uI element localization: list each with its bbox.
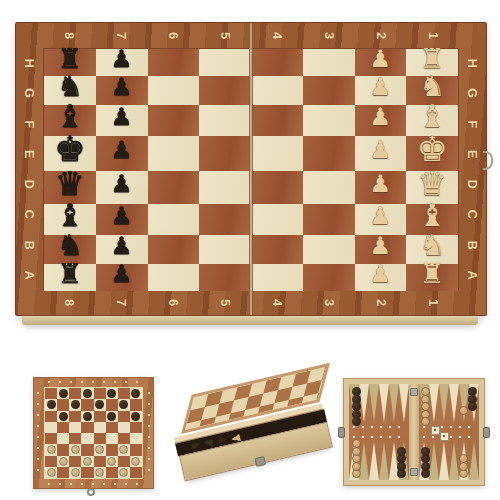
square-e4 xyxy=(251,136,303,171)
checkers-square xyxy=(69,444,81,455)
checkers-square xyxy=(118,467,130,478)
checkers-square xyxy=(45,399,57,410)
light-checker xyxy=(107,457,116,466)
dark-checker xyxy=(131,412,140,421)
rank-label: 6 xyxy=(162,10,185,62)
file-label: E xyxy=(14,141,44,166)
checkers-square xyxy=(94,422,106,433)
light-checker xyxy=(47,468,56,477)
checkers-square xyxy=(94,444,106,455)
checkers-square xyxy=(118,399,130,410)
dark-checker xyxy=(71,400,80,409)
square-c4 xyxy=(251,204,303,235)
file-label: F xyxy=(14,111,44,136)
checkers-square xyxy=(106,411,118,422)
light-checker xyxy=(119,468,128,477)
checkers-thumbnail xyxy=(33,377,154,489)
checkers-square xyxy=(94,456,106,467)
square-d4 xyxy=(251,171,303,204)
dark-backgammon-checker xyxy=(397,447,406,456)
light-checker xyxy=(95,445,104,454)
checkers-square xyxy=(130,422,142,433)
square-g6 xyxy=(148,76,200,105)
square-f5 xyxy=(199,105,251,136)
square-c3 xyxy=(303,204,355,235)
checkers-square xyxy=(81,388,93,399)
light-backgammon-checker xyxy=(459,454,468,463)
light-backgammon-checker xyxy=(459,406,468,415)
white-pawn: ♟ xyxy=(370,105,392,129)
stored-dark-knight: ♞ xyxy=(189,440,202,452)
checkers-square xyxy=(106,456,118,467)
checkers-square xyxy=(130,411,142,422)
square-g3 xyxy=(303,76,355,105)
dark-backgammon-checker xyxy=(468,402,477,411)
file-label: H xyxy=(14,51,44,76)
checkers-square xyxy=(57,433,69,444)
square-c2: ♟ xyxy=(355,204,407,235)
checkers-grid xyxy=(44,387,143,479)
dark-checker xyxy=(83,389,92,398)
checkers-square xyxy=(45,467,57,478)
dark-checker xyxy=(95,400,104,409)
checkers-square xyxy=(45,456,57,467)
dark-backgammon-checker xyxy=(352,417,361,426)
mini-coordinates xyxy=(37,392,39,474)
square-d3 xyxy=(303,171,355,204)
file-label: G xyxy=(457,81,487,106)
mini-coordinates xyxy=(48,483,139,485)
backgammon-inner xyxy=(349,384,479,480)
square-c5 xyxy=(199,204,251,235)
square-c7: ♟ xyxy=(96,204,148,235)
stored-dark-pawn: ♟ xyxy=(203,437,215,447)
checkers-square xyxy=(57,456,69,467)
square-c6 xyxy=(148,204,200,235)
white-pawn: ♟ xyxy=(370,204,392,228)
checkers-square xyxy=(118,388,130,399)
mini-coordinates xyxy=(48,381,139,383)
black-pawn: ♟ xyxy=(111,234,133,258)
dark-backgammon-checker xyxy=(421,447,430,456)
checkers-square xyxy=(118,456,130,467)
white-bishop: ♝ xyxy=(418,200,446,231)
dark-checker xyxy=(59,389,68,398)
square-b4 xyxy=(251,235,303,264)
board-side-edge xyxy=(22,315,478,325)
file-label: D xyxy=(457,172,487,197)
dark-checker xyxy=(83,412,92,421)
checkers-square xyxy=(94,388,106,399)
light-checker xyxy=(95,468,104,477)
square-a1: ♜ xyxy=(406,264,458,291)
file-label: C xyxy=(457,202,487,227)
white-pawn: ♟ xyxy=(370,234,392,258)
mini-coordinates xyxy=(148,392,150,474)
black-pawn: ♟ xyxy=(111,75,133,99)
checkers-square xyxy=(81,422,93,433)
square-b3 xyxy=(303,235,355,264)
checkers-square xyxy=(118,422,130,433)
square-b6 xyxy=(148,235,200,264)
square-e3 xyxy=(303,136,355,171)
dark-checker xyxy=(119,400,128,409)
dark-checker xyxy=(47,400,56,409)
checkers-square xyxy=(81,467,93,478)
clasp-icon xyxy=(483,427,490,438)
stored-dark-pawn: ♟ xyxy=(216,434,228,444)
black-bishop: ♝ xyxy=(56,200,84,231)
black-pawn: ♟ xyxy=(111,204,133,228)
rank-label: 3 xyxy=(318,10,341,62)
checkers-square xyxy=(69,467,81,478)
square-g4 xyxy=(251,76,303,105)
file-label: D xyxy=(14,172,44,197)
clasp-icon xyxy=(338,427,345,438)
light-checker xyxy=(119,445,128,454)
black-pawn: ♟ xyxy=(111,47,133,71)
square-a8: ♜ xyxy=(44,264,96,291)
chess-board: 87654321 87654321 HGFEDCBA HGFEDCBA ♜♟♟♜… xyxy=(15,22,487,316)
black-pawn: ♟ xyxy=(111,138,133,162)
checkers-square xyxy=(69,433,81,444)
checkers-square xyxy=(69,456,81,467)
file-label: C xyxy=(14,202,44,227)
square-g5 xyxy=(199,76,251,105)
square-g2: ♟ xyxy=(355,76,407,105)
checkers-square xyxy=(81,411,93,422)
die-icon xyxy=(431,426,440,435)
square-e2: ♟ xyxy=(355,136,407,171)
black-rook: ♜ xyxy=(58,45,82,72)
white-pawn: ♟ xyxy=(370,138,392,162)
white-knight: ♞ xyxy=(419,72,445,101)
checkers-square xyxy=(106,444,118,455)
checkers-square xyxy=(130,433,142,444)
checkers-square xyxy=(57,399,69,410)
black-rook: ♜ xyxy=(58,260,82,287)
file-label: H xyxy=(457,51,487,76)
checkers-square xyxy=(69,411,81,422)
dark-checker xyxy=(107,389,116,398)
light-checker xyxy=(71,445,80,454)
light-backgammon-checker xyxy=(352,439,361,448)
rank-label: 5 xyxy=(214,10,237,62)
checkers-square xyxy=(69,399,81,410)
square-f4 xyxy=(251,105,303,136)
square-a2: ♟ xyxy=(355,264,407,291)
white-rook: ♜ xyxy=(420,45,444,72)
white-pawn: ♟ xyxy=(370,172,392,196)
square-e6 xyxy=(148,136,200,171)
backgammon-thumbnail xyxy=(343,378,485,486)
checkers-square xyxy=(45,433,57,444)
square-e7: ♟ xyxy=(96,136,148,171)
white-queen: ♛ xyxy=(417,167,447,200)
file-label: A xyxy=(14,262,44,287)
light-checker xyxy=(131,457,140,466)
square-d5 xyxy=(199,171,251,204)
product-photo: 87654321 87654321 HGFEDCBA HGFEDCBA ♜♟♟♜… xyxy=(0,0,500,500)
checkers-square xyxy=(45,422,57,433)
file-label: G xyxy=(14,81,44,106)
checkers-square xyxy=(45,444,57,455)
white-pawn: ♟ xyxy=(370,75,392,99)
black-pawn: ♟ xyxy=(111,105,133,129)
checkers-square xyxy=(130,444,142,455)
checkers-square xyxy=(81,444,93,455)
checkers-square xyxy=(106,467,118,478)
dark-checker xyxy=(131,389,140,398)
dark-checker xyxy=(59,412,68,421)
checkers-square xyxy=(45,388,57,399)
checkers-square xyxy=(57,444,69,455)
file-label: B xyxy=(14,232,44,257)
light-checker xyxy=(71,468,80,477)
light-checker xyxy=(83,457,92,466)
checkers-square xyxy=(94,399,106,410)
checkers-square xyxy=(94,411,106,422)
checkers-square xyxy=(130,388,142,399)
file-labels-left: HGFEDCBA xyxy=(17,48,42,290)
white-bishop: ♝ xyxy=(418,101,446,132)
square-f6 xyxy=(148,105,200,136)
black-pawn: ♟ xyxy=(111,172,133,196)
checkers-square xyxy=(57,388,69,399)
checkers-square xyxy=(69,388,81,399)
file-label: F xyxy=(457,111,487,136)
white-knight: ♞ xyxy=(419,231,445,260)
square-f7: ♟ xyxy=(96,105,148,136)
checkers-square xyxy=(106,399,118,410)
checkers-square xyxy=(94,433,106,444)
file-labels-right: HGFEDCBA xyxy=(460,48,485,290)
light-checker xyxy=(59,457,68,466)
dark-checker xyxy=(107,412,116,421)
checkers-square xyxy=(57,467,69,478)
checkers-square xyxy=(118,433,130,444)
checkers-square xyxy=(130,467,142,478)
white-pawn: ♟ xyxy=(370,47,392,71)
file-label: A xyxy=(457,262,487,287)
checkers-square xyxy=(81,456,93,467)
checkers-square xyxy=(118,444,130,455)
square-a7: ♟ xyxy=(96,264,148,291)
black-queen: ♛ xyxy=(55,167,85,200)
file-label: B xyxy=(457,232,487,257)
black-pawn: ♟ xyxy=(111,262,133,286)
board-fold-seam xyxy=(249,23,253,315)
light-backgammon-checker xyxy=(421,417,430,426)
backgammon-checkers-layer xyxy=(349,384,479,480)
checkers-square xyxy=(69,422,81,433)
checkers-square xyxy=(106,422,118,433)
checkers-square xyxy=(45,411,57,422)
rank-label: 6 xyxy=(162,277,185,329)
rank-label: 5 xyxy=(214,277,237,329)
square-g7: ♟ xyxy=(96,76,148,105)
white-king: ♚ xyxy=(416,132,447,167)
checkers-square xyxy=(81,433,93,444)
checkers-square xyxy=(130,399,142,410)
folded-box-thumbnail: ♞♟♟♟ xyxy=(163,363,341,496)
square-f2: ♟ xyxy=(355,105,407,136)
checkers-square xyxy=(81,399,93,410)
rank-label: 4 xyxy=(266,277,289,329)
box-clasp-icon xyxy=(254,456,266,467)
clasp-ring-icon xyxy=(87,488,95,496)
file-label: E xyxy=(457,141,487,166)
square-f3 xyxy=(303,105,355,136)
white-pawn: ♟ xyxy=(370,262,392,286)
checkers-square xyxy=(57,411,69,422)
black-bishop: ♝ xyxy=(56,101,84,132)
white-rook: ♜ xyxy=(420,260,444,287)
black-knight: ♞ xyxy=(57,231,83,260)
checkers-square xyxy=(130,456,142,467)
checkers-square xyxy=(94,467,106,478)
checkers-square xyxy=(118,411,130,422)
light-checker xyxy=(47,445,56,454)
square-e5 xyxy=(199,136,251,171)
checkers-square xyxy=(57,422,69,433)
square-b5 xyxy=(199,235,251,264)
checkers-square xyxy=(106,433,118,444)
checkers-square xyxy=(106,388,118,399)
black-king: ♚ xyxy=(54,132,85,167)
square-d7: ♟ xyxy=(96,171,148,204)
black-knight: ♞ xyxy=(57,72,83,101)
square-d6 xyxy=(148,171,200,204)
rank-label: 3 xyxy=(318,277,341,329)
square-d2: ♟ xyxy=(355,171,407,204)
die-icon xyxy=(440,432,449,441)
rank-label: 4 xyxy=(266,10,289,62)
